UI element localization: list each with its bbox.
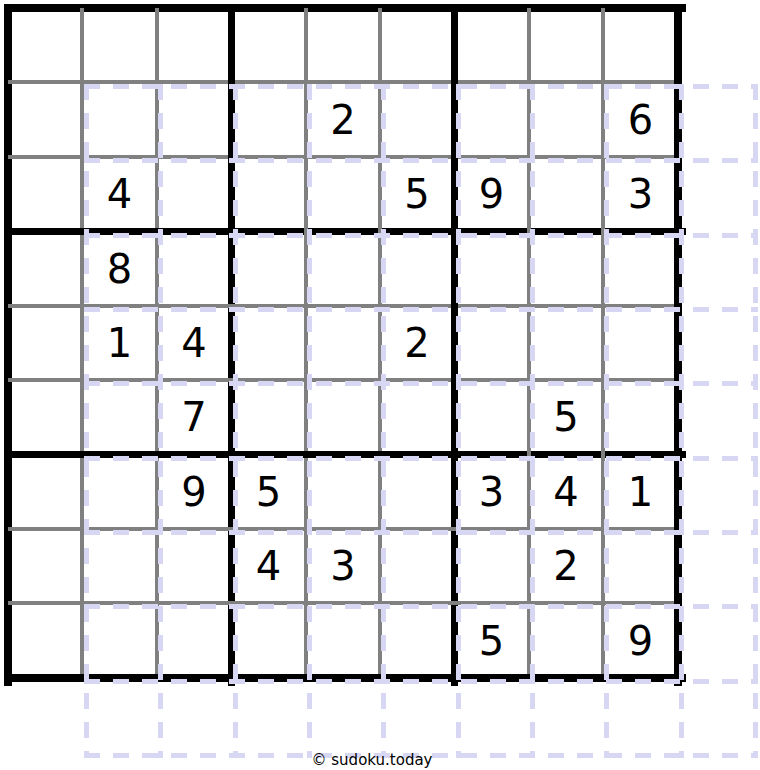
cell-r4c5[interactable]: 2 xyxy=(380,306,454,380)
cell-r6c8[interactable]: 1 xyxy=(603,454,678,529)
cell-r1c1[interactable] xyxy=(82,82,157,157)
cell-r8c6[interactable]: 5 xyxy=(454,603,529,678)
cell-r8c3[interactable] xyxy=(231,603,306,678)
cell-r0c0[interactable] xyxy=(8,8,82,82)
cell-r0c5[interactable] xyxy=(380,8,454,82)
cell-r2c5[interactable]: 5 xyxy=(380,157,454,231)
overlay-dashed-line-v xyxy=(456,84,461,758)
cell-r6c2[interactable]: 9 xyxy=(157,454,231,529)
cell-r8c2[interactable] xyxy=(157,603,231,678)
overlay-dashed-line-h xyxy=(84,456,758,461)
cell-r8c0[interactable] xyxy=(8,603,82,678)
cell-r0c3[interactable] xyxy=(231,8,306,82)
overlay-dashed-line-h xyxy=(84,84,758,89)
cell-r1c8[interactable]: 6 xyxy=(603,82,678,157)
cell-r0c1[interactable] xyxy=(82,8,157,82)
cell-r3c0[interactable] xyxy=(8,231,82,306)
cell-r6c5[interactable] xyxy=(380,454,454,529)
cell-r4c2[interactable]: 4 xyxy=(157,306,231,380)
overlay-dashed-line-v xyxy=(679,84,684,758)
cell-r5c4[interactable] xyxy=(306,380,380,454)
cell-r0c6[interactable] xyxy=(454,8,529,82)
cell-r5c5[interactable] xyxy=(380,380,454,454)
cell-r2c4[interactable] xyxy=(306,157,380,231)
overlay-dashed-line-v xyxy=(233,84,238,758)
cell-r5c3[interactable] xyxy=(231,380,306,454)
cell-r3c6[interactable] xyxy=(454,231,529,306)
cell-r7c2[interactable] xyxy=(157,529,231,603)
cell-r4c1[interactable]: 1 xyxy=(82,306,157,380)
cell-r7c4[interactable]: 3 xyxy=(306,529,380,603)
cell-r0c4[interactable] xyxy=(306,8,380,82)
cell-r1c2[interactable] xyxy=(157,82,231,157)
overlay-dashed-line-h xyxy=(84,604,758,609)
cell-r2c7[interactable] xyxy=(529,157,603,231)
cell-r2c2[interactable] xyxy=(157,157,231,231)
cell-r1c4[interactable]: 2 xyxy=(306,82,380,157)
cell-r7c0[interactable] xyxy=(8,529,82,603)
cell-r2c8[interactable]: 3 xyxy=(603,157,678,231)
copyright-label: © sudoku.today xyxy=(0,751,744,769)
page: 2645938142759534143259 © sudoku.today xyxy=(0,0,760,770)
cell-r1c3[interactable] xyxy=(231,82,306,157)
cell-r2c3[interactable] xyxy=(231,157,306,231)
overlay-dashed-line-v xyxy=(307,84,312,758)
overlay-dashed-line-v xyxy=(530,84,535,758)
cell-r1c6[interactable] xyxy=(454,82,529,157)
overlay-dashed-line-h xyxy=(84,381,758,386)
cell-r5c7[interactable]: 5 xyxy=(529,380,603,454)
cell-r3c7[interactable] xyxy=(529,231,603,306)
cell-r3c8[interactable] xyxy=(603,231,678,306)
cell-r5c1[interactable] xyxy=(82,380,157,454)
cell-r1c0[interactable] xyxy=(8,82,82,157)
cell-r6c7[interactable]: 4 xyxy=(529,454,603,529)
cell-r0c7[interactable] xyxy=(529,8,603,82)
cell-r6c0[interactable] xyxy=(8,454,82,529)
cell-r7c3[interactable]: 4 xyxy=(231,529,306,603)
cell-r5c6[interactable] xyxy=(454,380,529,454)
cell-r0c8[interactable] xyxy=(603,8,678,82)
cell-r4c3[interactable] xyxy=(231,306,306,380)
cell-r6c6[interactable]: 3 xyxy=(454,454,529,529)
overlay-dashed-line-h xyxy=(84,679,758,684)
cell-r3c4[interactable] xyxy=(306,231,380,306)
cell-r2c0[interactable] xyxy=(8,157,82,231)
cell-r4c7[interactable] xyxy=(529,306,603,380)
cell-r7c1[interactable] xyxy=(82,529,157,603)
cell-r5c2[interactable]: 7 xyxy=(157,380,231,454)
cell-r7c7[interactable]: 2 xyxy=(529,529,603,603)
cell-r5c8[interactable] xyxy=(603,380,678,454)
cell-r3c5[interactable] xyxy=(380,231,454,306)
cell-r8c1[interactable] xyxy=(82,603,157,678)
cell-r6c1[interactable] xyxy=(82,454,157,529)
cell-r8c8[interactable]: 9 xyxy=(603,603,678,678)
cell-r4c0[interactable] xyxy=(8,306,82,380)
cell-r2c1[interactable]: 4 xyxy=(82,157,157,231)
cell-r4c4[interactable] xyxy=(306,306,380,380)
overlay-dashed-line-h xyxy=(84,530,758,535)
overlay-dashed-line-v xyxy=(84,84,89,758)
cell-r3c2[interactable] xyxy=(157,231,231,306)
cell-r3c3[interactable] xyxy=(231,231,306,306)
cell-r4c6[interactable] xyxy=(454,306,529,380)
overlay-dashed-line-v xyxy=(604,84,609,758)
overlay-dashed-line-v xyxy=(158,84,163,758)
cell-r7c5[interactable] xyxy=(380,529,454,603)
cell-r1c5[interactable] xyxy=(380,82,454,157)
cell-r5c0[interactable] xyxy=(8,380,82,454)
cell-r7c8[interactable] xyxy=(603,529,678,603)
cell-r6c4[interactable] xyxy=(306,454,380,529)
overlay-dashed-line-v xyxy=(753,84,758,758)
cell-r8c5[interactable] xyxy=(380,603,454,678)
overlay-dashed-line-v xyxy=(381,84,386,758)
cell-r8c7[interactable] xyxy=(529,603,603,678)
cell-r3c1[interactable]: 8 xyxy=(82,231,157,306)
overlay-dashed-line-h xyxy=(84,233,758,238)
cell-r1c7[interactable] xyxy=(529,82,603,157)
cell-r6c3[interactable]: 5 xyxy=(231,454,306,529)
cell-r2c6[interactable]: 9 xyxy=(454,157,529,231)
overlay-dashed-line-h xyxy=(84,307,758,312)
cell-r0c2[interactable] xyxy=(157,8,231,82)
cell-r4c8[interactable] xyxy=(603,306,678,380)
overlay-dashed-line-h xyxy=(84,158,758,163)
cell-r8c4[interactable] xyxy=(306,603,380,678)
cell-r7c6[interactable] xyxy=(454,529,529,603)
